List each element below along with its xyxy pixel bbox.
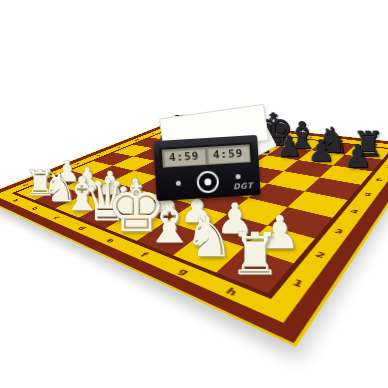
- piece-black-pawn-f7[interactable]: ♟: [276, 133, 301, 161]
- clock-left-display: 4:59: [162, 147, 207, 168]
- piece-black-pawn-h7[interactable]: ♟: [343, 140, 371, 172]
- product-photo: aabbccddeeffgghh1122334455667788 ♜♞♝♛♚♝♞…: [0, 0, 388, 388]
- clock-brand-logo: DGT: [233, 181, 254, 191]
- clock-left-button[interactable]: [176, 181, 181, 186]
- clock-nav-button[interactable]: [196, 170, 219, 193]
- piece-white-knight-g1[interactable]: ♞: [183, 209, 233, 265]
- clock-right-display: 4:59: [206, 144, 251, 165]
- clock-right-button[interactable]: [235, 174, 240, 179]
- piece-black-pawn-g7[interactable]: ♟: [308, 136, 335, 166]
- piece-white-rook-h1[interactable]: ♜: [229, 225, 281, 283]
- chess-clock[interactable]: 4:59 4:59 DGT: [153, 135, 260, 201]
- clock-display-strip: 4:59 4:59: [159, 142, 254, 169]
